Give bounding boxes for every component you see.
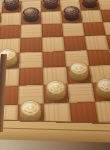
square-r6c5[interactable]: ⛀ bbox=[66, 66, 92, 84]
dark-piece[interactable]: ⛂ bbox=[4, 2, 20, 11]
square-r4c3[interactable] bbox=[20, 37, 42, 52]
light-piece[interactable]: ⛀ bbox=[69, 68, 89, 82]
checkers-board-photo: ⛂⛂⛂⛂⛂⛂⛂⛀⛀⛀⛀⛀ bbox=[0, 0, 110, 150]
dark-piece[interactable]: ⛂ bbox=[81, 0, 98, 9]
square-r3c4[interactable] bbox=[42, 24, 64, 38]
square-r5c4[interactable] bbox=[42, 51, 66, 68]
square-r3c3[interactable] bbox=[20, 24, 41, 38]
square-r8c6[interactable] bbox=[95, 101, 110, 123]
square-r2c3[interactable]: ⛂ bbox=[21, 12, 42, 25]
board-frame-rail bbox=[0, 119, 110, 142]
square-r4c5[interactable] bbox=[63, 36, 87, 51]
frame-groove-line bbox=[0, 127, 110, 131]
square-r2c7[interactable] bbox=[100, 9, 110, 22]
square-r4c4[interactable] bbox=[42, 37, 65, 52]
square-r3c6[interactable] bbox=[83, 22, 106, 36]
square-r7c4[interactable]: ⛀ bbox=[43, 84, 69, 104]
square-r7c5[interactable] bbox=[68, 83, 95, 103]
square-r2c4[interactable] bbox=[41, 11, 62, 24]
dark-piece[interactable]: ⛂ bbox=[43, 1, 59, 10]
checkers-board: ⛂⛂⛂⛂⛂⛂⛂⛀⛀⛀⛀⛀ bbox=[0, 0, 110, 128]
square-r8c5[interactable] bbox=[69, 102, 98, 124]
square-r2c2[interactable] bbox=[0, 13, 21, 26]
square-r5c3[interactable] bbox=[19, 52, 42, 69]
square-r3c5[interactable] bbox=[62, 23, 84, 37]
square-r3c2[interactable] bbox=[0, 25, 21, 39]
square-r1c2[interactable]: ⛂ bbox=[2, 1, 22, 13]
board-grid: ⛂⛂⛂⛂⛂⛂⛂⛀⛀⛀⛀⛀ bbox=[0, 0, 110, 128]
square-r2c5[interactable]: ⛂ bbox=[61, 11, 83, 24]
square-r1c6[interactable]: ⛂ bbox=[79, 0, 100, 11]
dark-piece[interactable]: ⛂ bbox=[23, 13, 39, 23]
square-r2c6[interactable] bbox=[81, 10, 103, 23]
square-r6c3[interactable] bbox=[19, 68, 44, 86]
square-r4c6[interactable] bbox=[85, 35, 109, 50]
square-r7c6[interactable]: ⛀ bbox=[92, 82, 110, 102]
dark-piece[interactable]: ⛂ bbox=[63, 12, 80, 22]
light-piece[interactable]: ⛀ bbox=[95, 84, 110, 100]
light-piece[interactable]: ⛀ bbox=[46, 86, 67, 102]
square-r5c6[interactable] bbox=[87, 50, 110, 66]
square-r1c4[interactable]: ⛂ bbox=[41, 0, 61, 12]
